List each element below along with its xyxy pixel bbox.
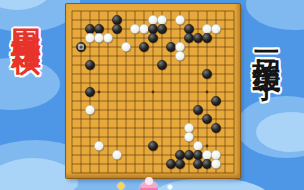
white-stone (94, 33, 103, 42)
white-stone (85, 33, 94, 42)
thumbnail-canvas: 围棋指导棋 三招缓手 (0, 0, 304, 190)
black-stone (175, 150, 184, 159)
white-stone (85, 105, 94, 114)
left-title: 围棋指导棋 (11, 5, 41, 25)
white-stone (112, 150, 121, 159)
black-stone (184, 24, 193, 33)
black-stone (184, 33, 193, 42)
white-stone (103, 33, 112, 42)
black-stone (193, 150, 202, 159)
black-stone (193, 105, 202, 114)
black-stone (193, 33, 202, 42)
go-board-grid (66, 4, 240, 178)
white-stone (211, 24, 220, 33)
white-stone (139, 24, 148, 33)
black-stone (85, 60, 94, 69)
white-stone (175, 51, 184, 60)
white-stone (193, 141, 202, 150)
white-stone (202, 24, 211, 33)
black-stone (211, 123, 220, 132)
white-stone (157, 15, 166, 24)
go-board[interactable] (66, 4, 240, 178)
black-stone (211, 96, 220, 105)
black-stone (166, 159, 175, 168)
white-stone (202, 150, 211, 159)
right-title: 三招缓手 (252, 28, 280, 56)
black-stone (157, 60, 166, 69)
black-stone (148, 24, 157, 33)
black-stone (94, 24, 103, 33)
black-stone (166, 42, 175, 51)
black-stone (148, 141, 157, 150)
white-stone (130, 24, 139, 33)
black-stone (148, 33, 157, 42)
black-stone (76, 42, 85, 51)
cloud (0, 58, 60, 110)
white-stone (211, 150, 220, 159)
black-stone (202, 159, 211, 168)
black-stone (112, 15, 121, 24)
white-stone (184, 132, 193, 141)
black-stone (85, 24, 94, 33)
white-stone (94, 141, 103, 150)
white-stone (175, 42, 184, 51)
black-stone (112, 24, 121, 33)
white-stone (121, 42, 130, 51)
black-stone (85, 87, 94, 96)
black-stone (202, 33, 211, 42)
black-stone (157, 24, 166, 33)
black-stone (175, 159, 184, 168)
white-stone (148, 15, 157, 24)
black-stone (139, 42, 148, 51)
cloud (246, 0, 304, 30)
white-stone (175, 15, 184, 24)
white-stone (184, 123, 193, 132)
mascot-sprite (140, 181, 158, 190)
black-stone (193, 159, 202, 168)
black-stone (202, 114, 211, 123)
white-stone (211, 159, 220, 168)
black-stone (184, 150, 193, 159)
black-stone (202, 69, 211, 78)
